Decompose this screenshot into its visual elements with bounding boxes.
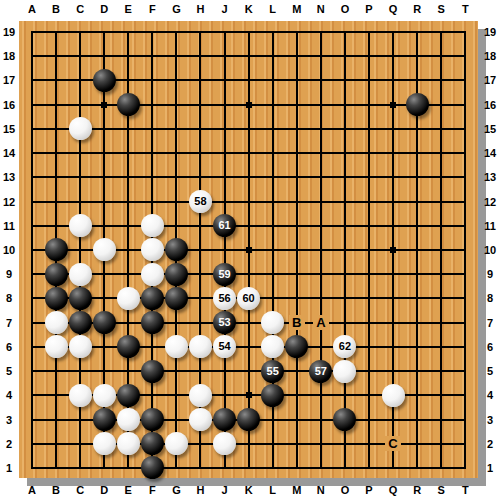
white-stone-h12[interactable]: 58 xyxy=(189,190,212,213)
col-label-top-d: D xyxy=(94,2,114,16)
black-stone-e16[interactable] xyxy=(117,93,140,116)
move-number: 60 xyxy=(243,287,255,310)
row-label-left-4: 4 xyxy=(0,388,19,402)
col-label-top-t: T xyxy=(455,2,475,16)
black-stone-g8[interactable] xyxy=(165,287,188,310)
row-label-left-7: 7 xyxy=(0,316,19,330)
board-drop-shadow-right xyxy=(478,29,486,486)
black-stone-f7[interactable] xyxy=(141,311,164,334)
black-stone-c8[interactable] xyxy=(69,287,92,310)
black-stone-e4[interactable] xyxy=(117,384,140,407)
row-label-left-13: 13 xyxy=(0,170,19,184)
black-stone-j3[interactable] xyxy=(213,408,236,431)
go-board-screenshot: 58615956605354625557 BAC AABBCCDDEEFFGGH… xyxy=(0,0,500,500)
black-stone-d7[interactable] xyxy=(93,311,116,334)
row-label-left-6: 6 xyxy=(0,340,19,354)
move-number: 59 xyxy=(218,263,230,286)
col-label-top-f: F xyxy=(142,2,162,16)
black-stone-f3[interactable] xyxy=(141,408,164,431)
move-number: 62 xyxy=(339,335,351,358)
row-label-left-15: 15 xyxy=(0,122,19,136)
col-label-top-a: A xyxy=(22,2,42,16)
white-stone-j8[interactable]: 56 xyxy=(213,287,236,310)
move-number: 55 xyxy=(267,360,279,383)
col-label-top-e: E xyxy=(118,2,138,16)
col-label-top-h: H xyxy=(190,2,210,16)
move-number: 56 xyxy=(218,287,230,310)
row-label-left-1: 1 xyxy=(0,461,19,475)
black-stone-d17[interactable] xyxy=(93,69,116,92)
col-label-top-n: N xyxy=(311,2,331,16)
row-label-left-5: 5 xyxy=(0,364,19,378)
white-stone-d4[interactable] xyxy=(93,384,116,407)
row-label-left-18: 18 xyxy=(0,49,19,63)
black-stone-g9[interactable] xyxy=(165,263,188,286)
col-label-top-p: P xyxy=(359,2,379,16)
row-label-left-10: 10 xyxy=(0,243,19,257)
col-label-top-r: R xyxy=(407,2,427,16)
black-stone-k3[interactable] xyxy=(237,408,260,431)
black-stone-e6[interactable] xyxy=(117,335,140,358)
row-label-left-19: 19 xyxy=(0,25,19,39)
black-stone-n5[interactable]: 57 xyxy=(309,360,332,383)
black-stone-b9[interactable] xyxy=(45,263,68,286)
move-number: 57 xyxy=(315,360,327,383)
black-stone-c7[interactable] xyxy=(69,311,92,334)
black-stone-f5[interactable] xyxy=(141,360,164,383)
black-stone-j9[interactable]: 59 xyxy=(213,263,236,286)
col-label-top-c: C xyxy=(70,2,90,16)
black-stone-f8[interactable] xyxy=(141,287,164,310)
row-label-left-17: 17 xyxy=(0,73,19,87)
row-label-left-11: 11 xyxy=(0,219,19,233)
col-label-top-j: J xyxy=(215,2,235,16)
move-number: 54 xyxy=(218,335,230,358)
white-stone-e8[interactable] xyxy=(117,287,140,310)
col-label-top-l: L xyxy=(263,2,283,16)
white-stone-f11[interactable] xyxy=(141,214,164,237)
row-label-left-12: 12 xyxy=(0,195,19,209)
white-stone-q4[interactable] xyxy=(382,384,405,407)
white-stone-f9[interactable] xyxy=(141,263,164,286)
black-stone-d3[interactable] xyxy=(93,408,116,431)
white-stone-c9[interactable] xyxy=(69,263,92,286)
white-stone-b7[interactable] xyxy=(45,311,68,334)
black-stone-f2[interactable] xyxy=(141,432,164,455)
white-stone-c4[interactable] xyxy=(69,384,92,407)
white-stone-h3[interactable] xyxy=(189,408,212,431)
move-number: 61 xyxy=(218,214,230,237)
white-stone-d2[interactable] xyxy=(93,432,116,455)
white-stone-c11[interactable] xyxy=(69,214,92,237)
col-label-top-k: K xyxy=(239,2,259,16)
black-stone-l4[interactable] xyxy=(261,384,284,407)
board-drop-shadow-bottom xyxy=(27,478,486,486)
black-stone-r16[interactable] xyxy=(406,93,429,116)
col-label-top-s: S xyxy=(431,2,451,16)
col-label-top-o: O xyxy=(335,2,355,16)
move-number: 53 xyxy=(218,311,230,334)
col-label-top-q: Q xyxy=(383,2,403,16)
move-number: 58 xyxy=(194,190,206,213)
col-label-top-b: B xyxy=(46,2,66,16)
col-label-top-g: G xyxy=(166,2,186,16)
row-label-left-3: 3 xyxy=(0,413,19,427)
white-stone-k8[interactable]: 60 xyxy=(237,287,260,310)
white-stone-c15[interactable] xyxy=(69,117,92,140)
white-stone-o5[interactable] xyxy=(333,360,356,383)
row-label-left-14: 14 xyxy=(0,146,19,160)
white-stone-e3[interactable] xyxy=(117,408,140,431)
row-label-left-9: 9 xyxy=(0,267,19,281)
black-stone-b10[interactable] xyxy=(45,238,68,261)
white-stone-h4[interactable] xyxy=(189,384,212,407)
row-label-left-2: 2 xyxy=(0,437,19,451)
row-label-left-16: 16 xyxy=(0,98,19,112)
white-stone-c6[interactable] xyxy=(69,335,92,358)
col-label-top-m: M xyxy=(287,2,307,16)
black-stone-b8[interactable] xyxy=(45,287,68,310)
black-stone-l5[interactable]: 55 xyxy=(261,360,284,383)
white-stone-b6[interactable] xyxy=(45,335,68,358)
white-stone-g2[interactable] xyxy=(165,432,188,455)
white-stone-e2[interactable] xyxy=(117,432,140,455)
row-label-left-8: 8 xyxy=(0,291,19,305)
